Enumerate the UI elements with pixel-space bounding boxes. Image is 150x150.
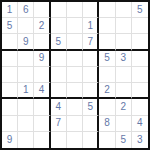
cell-r6c6[interactable] [83, 83, 99, 99]
given-digit: 8 [104, 118, 110, 128]
given-digit: 5 [7, 21, 13, 31]
cell-r2c6[interactable]: 1 [83, 18, 99, 34]
cell-r7c2[interactable] [18, 99, 34, 115]
cell-r6c2[interactable]: 1 [18, 83, 34, 99]
given-digit: 2 [104, 85, 110, 95]
cell-r6c8[interactable] [116, 83, 132, 99]
cell-r2c4[interactable] [51, 18, 67, 34]
cell-r2c1[interactable]: 5 [2, 18, 18, 34]
cell-r2c5[interactable] [67, 18, 83, 34]
cell-r1c2[interactable]: 6 [18, 2, 34, 18]
cell-r1c8[interactable] [116, 2, 132, 18]
cell-r2c7[interactable] [99, 18, 115, 34]
cell-r7c9[interactable] [132, 99, 148, 115]
cell-r5c4[interactable] [51, 67, 67, 83]
cell-r1c3[interactable] [34, 2, 50, 18]
cell-r4c2[interactable] [18, 51, 34, 67]
given-digit: 6 [23, 5, 29, 15]
cell-r4c8[interactable]: 3 [116, 51, 132, 67]
cell-r1c1[interactable]: 1 [2, 2, 18, 18]
cell-r5c5[interactable] [67, 67, 83, 83]
cell-r3c2[interactable]: 9 [18, 34, 34, 50]
cell-r5c7[interactable] [99, 67, 115, 83]
cell-r9c4[interactable] [51, 132, 67, 148]
cell-r6c4[interactable] [51, 83, 67, 99]
cell-r4c3[interactable]: 9 [34, 51, 50, 67]
cell-r9c9[interactable]: 3 [132, 132, 148, 148]
given-digit: 4 [55, 102, 61, 112]
cell-r2c2[interactable] [18, 18, 34, 34]
cell-r3c4[interactable]: 5 [51, 34, 67, 50]
cell-r5c2[interactable] [18, 67, 34, 83]
cell-r7c4[interactable]: 4 [51, 99, 67, 115]
given-digit: 2 [120, 102, 126, 112]
cell-r6c5[interactable] [67, 83, 83, 99]
cell-r6c9[interactable] [132, 83, 148, 99]
cell-r4c9[interactable] [132, 51, 148, 67]
given-digit: 2 [39, 21, 45, 31]
cell-r7c5[interactable] [67, 99, 83, 115]
cell-r8c9[interactable]: 4 [132, 116, 148, 132]
cell-r8c1[interactable] [2, 116, 18, 132]
cell-r6c3[interactable]: 4 [34, 83, 50, 99]
cell-r2c8[interactable] [116, 18, 132, 34]
given-digit: 1 [7, 5, 13, 15]
cell-r9c8[interactable]: 5 [116, 132, 132, 148]
cell-r9c1[interactable]: 9 [2, 132, 18, 148]
cell-r3c9[interactable] [132, 34, 148, 50]
cell-r3c5[interactable] [67, 34, 83, 50]
cell-r3c3[interactable] [34, 34, 50, 50]
cell-r1c6[interactable] [83, 2, 99, 18]
cell-r1c9[interactable]: 5 [132, 2, 148, 18]
cell-r4c1[interactable] [2, 51, 18, 67]
cell-r5c3[interactable] [34, 67, 50, 83]
sudoku-board: 165521957953142452784953 [0, 0, 150, 150]
cell-r6c7[interactable]: 2 [99, 83, 115, 99]
cell-r2c9[interactable] [132, 18, 148, 34]
cell-r6c1[interactable] [2, 83, 18, 99]
given-digit: 5 [120, 135, 126, 145]
given-digit: 5 [104, 53, 110, 63]
cell-r5c6[interactable] [83, 67, 99, 83]
given-digit: 3 [120, 53, 126, 63]
cell-r3c6[interactable]: 7 [83, 34, 99, 50]
given-digit: 9 [7, 135, 13, 145]
given-digit: 7 [55, 118, 61, 128]
given-digit: 3 [137, 135, 143, 145]
cell-r9c5[interactable] [67, 132, 83, 148]
cell-r9c7[interactable] [99, 132, 115, 148]
given-digit: 9 [23, 37, 29, 47]
cell-r4c6[interactable] [83, 51, 99, 67]
given-digit: 1 [87, 21, 93, 31]
cell-r8c6[interactable] [83, 116, 99, 132]
cell-r7c3[interactable] [34, 99, 50, 115]
cell-r8c5[interactable] [67, 116, 83, 132]
cell-r8c2[interactable] [18, 116, 34, 132]
cell-r8c4[interactable]: 7 [51, 116, 67, 132]
cell-r9c3[interactable] [34, 132, 50, 148]
cell-r3c7[interactable] [99, 34, 115, 50]
cell-r7c6[interactable]: 5 [83, 99, 99, 115]
cell-r5c1[interactable] [2, 67, 18, 83]
cell-r2c3[interactable]: 2 [34, 18, 50, 34]
given-digit: 5 [55, 37, 61, 47]
cell-r7c8[interactable]: 2 [116, 99, 132, 115]
cell-r3c1[interactable] [2, 34, 18, 50]
cell-r8c3[interactable] [34, 116, 50, 132]
given-digit: 9 [39, 53, 45, 63]
cell-r8c8[interactable] [116, 116, 132, 132]
given-digit: 7 [87, 37, 93, 47]
cell-r9c6[interactable] [83, 132, 99, 148]
given-digit: 5 [87, 102, 93, 112]
cell-r8c7[interactable]: 8 [99, 116, 115, 132]
cell-r5c8[interactable] [116, 67, 132, 83]
cell-r4c5[interactable] [67, 51, 83, 67]
cell-r5c9[interactable] [132, 67, 148, 83]
cell-r1c7[interactable] [99, 2, 115, 18]
cell-r1c5[interactable] [67, 2, 83, 18]
cell-r9c2[interactable] [18, 132, 34, 148]
cell-r4c4[interactable] [51, 51, 67, 67]
given-digit: 4 [137, 118, 143, 128]
given-digit: 4 [39, 85, 45, 95]
given-digit: 5 [137, 5, 143, 15]
cell-r4c7[interactable]: 5 [99, 51, 115, 67]
cell-r1c4[interactable] [51, 2, 67, 18]
given-digit: 1 [23, 85, 29, 95]
cell-r7c7[interactable] [99, 99, 115, 115]
cell-r3c8[interactable] [116, 34, 132, 50]
cell-r7c1[interactable] [2, 99, 18, 115]
